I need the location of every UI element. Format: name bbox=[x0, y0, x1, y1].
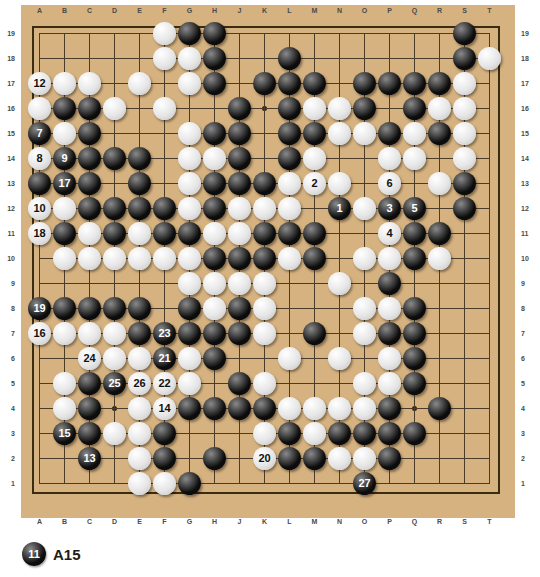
intersection-S5[interactable] bbox=[452, 371, 477, 396]
intersection-A17[interactable]: 12 bbox=[27, 71, 52, 96]
intersection-F14[interactable] bbox=[152, 146, 177, 171]
intersection-L8[interactable] bbox=[277, 296, 302, 321]
intersection-R10[interactable] bbox=[427, 246, 452, 271]
intersection-N2[interactable] bbox=[327, 446, 352, 471]
intersection-G14[interactable] bbox=[177, 146, 202, 171]
intersection-K13[interactable] bbox=[252, 171, 277, 196]
intersection-N8[interactable] bbox=[327, 296, 352, 321]
intersection-R13[interactable] bbox=[427, 171, 452, 196]
intersection-S12[interactable] bbox=[452, 196, 477, 221]
intersection-H10[interactable] bbox=[202, 246, 227, 271]
intersection-D6[interactable] bbox=[102, 346, 127, 371]
intersection-J17[interactable] bbox=[227, 71, 252, 96]
intersection-N14[interactable] bbox=[327, 146, 352, 171]
intersection-C13[interactable] bbox=[77, 171, 102, 196]
intersection-R6[interactable] bbox=[427, 346, 452, 371]
intersection-J11[interactable] bbox=[227, 221, 252, 246]
intersection-F7[interactable]: 23 bbox=[152, 321, 177, 346]
intersection-Q3[interactable] bbox=[402, 421, 427, 446]
intersection-P1[interactable] bbox=[377, 471, 402, 496]
intersection-L11[interactable] bbox=[277, 221, 302, 246]
intersection-L17[interactable] bbox=[277, 71, 302, 96]
intersection-M2[interactable] bbox=[302, 446, 327, 471]
intersection-K16[interactable] bbox=[252, 96, 277, 121]
intersection-A16[interactable] bbox=[27, 96, 52, 121]
intersection-E5[interactable]: 26 bbox=[127, 371, 152, 396]
intersection-L1[interactable] bbox=[277, 471, 302, 496]
intersection-E8[interactable] bbox=[127, 296, 152, 321]
intersection-K9[interactable] bbox=[252, 271, 277, 296]
intersection-J5[interactable] bbox=[227, 371, 252, 396]
intersection-N7[interactable] bbox=[327, 321, 352, 346]
intersection-K10[interactable] bbox=[252, 246, 277, 271]
intersection-H5[interactable] bbox=[202, 371, 227, 396]
intersection-Q12[interactable]: 5 bbox=[402, 196, 427, 221]
intersection-M7[interactable] bbox=[302, 321, 327, 346]
intersection-R12[interactable] bbox=[427, 196, 452, 221]
intersection-L7[interactable] bbox=[277, 321, 302, 346]
intersection-M3[interactable] bbox=[302, 421, 327, 446]
intersection-G5[interactable] bbox=[177, 371, 202, 396]
intersection-D8[interactable] bbox=[102, 296, 127, 321]
intersection-G1[interactable] bbox=[177, 471, 202, 496]
intersection-Q4[interactable] bbox=[402, 396, 427, 421]
intersection-A3[interactable] bbox=[27, 421, 52, 446]
intersection-D12[interactable] bbox=[102, 196, 127, 221]
intersection-Q8[interactable] bbox=[402, 296, 427, 321]
intersection-G6[interactable] bbox=[177, 346, 202, 371]
intersection-K11[interactable] bbox=[252, 221, 277, 246]
intersection-P19[interactable] bbox=[377, 21, 402, 46]
intersection-T14[interactable] bbox=[477, 146, 502, 171]
intersection-S4[interactable] bbox=[452, 396, 477, 421]
intersection-C19[interactable] bbox=[77, 21, 102, 46]
intersection-C3[interactable] bbox=[77, 421, 102, 446]
intersection-K3[interactable] bbox=[252, 421, 277, 446]
intersection-A7[interactable]: 16 bbox=[27, 321, 52, 346]
intersection-P9[interactable] bbox=[377, 271, 402, 296]
intersection-H4[interactable] bbox=[202, 396, 227, 421]
intersection-D9[interactable] bbox=[102, 271, 127, 296]
intersection-A1[interactable] bbox=[27, 471, 52, 496]
intersection-Q16[interactable] bbox=[402, 96, 427, 121]
intersection-E19[interactable] bbox=[127, 21, 152, 46]
intersection-F10[interactable] bbox=[152, 246, 177, 271]
intersection-Q14[interactable] bbox=[402, 146, 427, 171]
intersection-O18[interactable] bbox=[352, 46, 377, 71]
intersection-A12[interactable]: 10 bbox=[27, 196, 52, 221]
intersection-S17[interactable] bbox=[452, 71, 477, 96]
intersection-Q10[interactable] bbox=[402, 246, 427, 271]
intersection-D2[interactable] bbox=[102, 446, 127, 471]
intersection-E18[interactable] bbox=[127, 46, 152, 71]
intersection-N16[interactable] bbox=[327, 96, 352, 121]
intersection-G19[interactable] bbox=[177, 21, 202, 46]
intersection-N9[interactable] bbox=[327, 271, 352, 296]
intersection-J9[interactable] bbox=[227, 271, 252, 296]
intersection-M4[interactable] bbox=[302, 396, 327, 421]
intersection-B5[interactable] bbox=[52, 371, 77, 396]
intersection-D3[interactable] bbox=[102, 421, 127, 446]
intersection-F12[interactable] bbox=[152, 196, 177, 221]
intersection-H19[interactable] bbox=[202, 21, 227, 46]
intersection-F6[interactable]: 21 bbox=[152, 346, 177, 371]
intersection-M8[interactable] bbox=[302, 296, 327, 321]
intersection-A19[interactable] bbox=[27, 21, 52, 46]
intersection-C11[interactable] bbox=[77, 221, 102, 246]
intersection-S2[interactable] bbox=[452, 446, 477, 471]
intersection-G18[interactable] bbox=[177, 46, 202, 71]
intersection-L6[interactable] bbox=[277, 346, 302, 371]
intersection-J18[interactable] bbox=[227, 46, 252, 71]
intersection-L14[interactable] bbox=[277, 146, 302, 171]
intersection-J1[interactable] bbox=[227, 471, 252, 496]
intersection-G2[interactable] bbox=[177, 446, 202, 471]
intersection-J19[interactable] bbox=[227, 21, 252, 46]
intersection-T10[interactable] bbox=[477, 246, 502, 271]
intersection-A15[interactable]: 7 bbox=[27, 121, 52, 146]
intersection-M5[interactable] bbox=[302, 371, 327, 396]
intersection-O6[interactable] bbox=[352, 346, 377, 371]
intersection-G8[interactable] bbox=[177, 296, 202, 321]
intersection-B7[interactable] bbox=[52, 321, 77, 346]
intersection-T15[interactable] bbox=[477, 121, 502, 146]
intersection-H16[interactable] bbox=[202, 96, 227, 121]
intersection-N15[interactable] bbox=[327, 121, 352, 146]
intersection-L9[interactable] bbox=[277, 271, 302, 296]
intersection-O19[interactable] bbox=[352, 21, 377, 46]
intersection-Q5[interactable] bbox=[402, 371, 427, 396]
intersection-A10[interactable] bbox=[27, 246, 52, 271]
intersection-B19[interactable] bbox=[52, 21, 77, 46]
intersection-N17[interactable] bbox=[327, 71, 352, 96]
intersection-E10[interactable] bbox=[127, 246, 152, 271]
intersection-K4[interactable] bbox=[252, 396, 277, 421]
intersection-A13[interactable] bbox=[27, 171, 52, 196]
intersection-F1[interactable] bbox=[152, 471, 177, 496]
intersection-O2[interactable] bbox=[352, 446, 377, 471]
intersection-P12[interactable]: 3 bbox=[377, 196, 402, 221]
intersection-K15[interactable] bbox=[252, 121, 277, 146]
intersection-M11[interactable] bbox=[302, 221, 327, 246]
intersection-O5[interactable] bbox=[352, 371, 377, 396]
intersection-J7[interactable] bbox=[227, 321, 252, 346]
intersection-L3[interactable] bbox=[277, 421, 302, 446]
intersection-F3[interactable] bbox=[152, 421, 177, 446]
intersection-C17[interactable] bbox=[77, 71, 102, 96]
intersection-E9[interactable] bbox=[127, 271, 152, 296]
intersection-R14[interactable] bbox=[427, 146, 452, 171]
intersection-N13[interactable] bbox=[327, 171, 352, 196]
intersection-G4[interactable] bbox=[177, 396, 202, 421]
intersection-S9[interactable] bbox=[452, 271, 477, 296]
intersection-L16[interactable] bbox=[277, 96, 302, 121]
intersection-J10[interactable] bbox=[227, 246, 252, 271]
intersection-O11[interactable] bbox=[352, 221, 377, 246]
intersection-R7[interactable] bbox=[427, 321, 452, 346]
intersection-H8[interactable] bbox=[202, 296, 227, 321]
intersection-S7[interactable] bbox=[452, 321, 477, 346]
intersection-F18[interactable] bbox=[152, 46, 177, 71]
intersection-F19[interactable] bbox=[152, 21, 177, 46]
intersection-Q7[interactable] bbox=[402, 321, 427, 346]
intersection-Q15[interactable] bbox=[402, 121, 427, 146]
intersection-M1[interactable] bbox=[302, 471, 327, 496]
intersection-L5[interactable] bbox=[277, 371, 302, 396]
intersection-E14[interactable] bbox=[127, 146, 152, 171]
intersection-Q13[interactable] bbox=[402, 171, 427, 196]
intersection-C14[interactable] bbox=[77, 146, 102, 171]
intersection-B2[interactable] bbox=[52, 446, 77, 471]
intersection-T4[interactable] bbox=[477, 396, 502, 421]
intersection-M16[interactable] bbox=[302, 96, 327, 121]
intersection-E12[interactable] bbox=[127, 196, 152, 221]
intersection-L18[interactable] bbox=[277, 46, 302, 71]
intersection-T12[interactable] bbox=[477, 196, 502, 221]
intersection-P2[interactable] bbox=[377, 446, 402, 471]
intersection-F11[interactable] bbox=[152, 221, 177, 246]
intersection-R4[interactable] bbox=[427, 396, 452, 421]
intersection-E2[interactable] bbox=[127, 446, 152, 471]
intersection-H14[interactable] bbox=[202, 146, 227, 171]
intersection-O9[interactable] bbox=[352, 271, 377, 296]
intersection-O17[interactable] bbox=[352, 71, 377, 96]
intersection-H15[interactable] bbox=[202, 121, 227, 146]
intersection-T7[interactable] bbox=[477, 321, 502, 346]
intersection-F5[interactable]: 22 bbox=[152, 371, 177, 396]
intersection-R19[interactable] bbox=[427, 21, 452, 46]
intersection-K6[interactable] bbox=[252, 346, 277, 371]
intersection-C18[interactable] bbox=[77, 46, 102, 71]
intersection-K14[interactable] bbox=[252, 146, 277, 171]
intersection-C6[interactable]: 24 bbox=[77, 346, 102, 371]
intersection-A8[interactable]: 19 bbox=[27, 296, 52, 321]
intersection-B15[interactable] bbox=[52, 121, 77, 146]
intersection-O4[interactable] bbox=[352, 396, 377, 421]
intersection-H18[interactable] bbox=[202, 46, 227, 71]
intersection-N11[interactable] bbox=[327, 221, 352, 246]
intersection-S19[interactable] bbox=[452, 21, 477, 46]
intersection-O3[interactable] bbox=[352, 421, 377, 446]
intersection-E15[interactable] bbox=[127, 121, 152, 146]
intersection-C7[interactable] bbox=[77, 321, 102, 346]
intersection-P3[interactable] bbox=[377, 421, 402, 446]
intersection-M9[interactable] bbox=[302, 271, 327, 296]
intersection-M14[interactable] bbox=[302, 146, 327, 171]
intersection-N4[interactable] bbox=[327, 396, 352, 421]
intersection-D18[interactable] bbox=[102, 46, 127, 71]
intersection-E3[interactable] bbox=[127, 421, 152, 446]
intersection-E17[interactable] bbox=[127, 71, 152, 96]
intersection-B11[interactable] bbox=[52, 221, 77, 246]
intersection-B16[interactable] bbox=[52, 96, 77, 121]
intersection-N1[interactable] bbox=[327, 471, 352, 496]
intersection-K8[interactable] bbox=[252, 296, 277, 321]
intersection-S10[interactable] bbox=[452, 246, 477, 271]
intersection-F8[interactable] bbox=[152, 296, 177, 321]
intersection-C2[interactable]: 13 bbox=[77, 446, 102, 471]
intersection-G10[interactable] bbox=[177, 246, 202, 271]
intersection-R2[interactable] bbox=[427, 446, 452, 471]
intersection-J16[interactable] bbox=[227, 96, 252, 121]
intersection-C9[interactable] bbox=[77, 271, 102, 296]
intersection-T18[interactable] bbox=[477, 46, 502, 71]
intersection-P10[interactable] bbox=[377, 246, 402, 271]
intersection-C15[interactable] bbox=[77, 121, 102, 146]
intersection-H7[interactable] bbox=[202, 321, 227, 346]
intersection-A5[interactable] bbox=[27, 371, 52, 396]
intersection-T3[interactable] bbox=[477, 421, 502, 446]
intersection-T5[interactable] bbox=[477, 371, 502, 396]
intersection-B6[interactable] bbox=[52, 346, 77, 371]
intersection-P15[interactable] bbox=[377, 121, 402, 146]
intersection-B14[interactable]: 9 bbox=[52, 146, 77, 171]
intersection-B12[interactable] bbox=[52, 196, 77, 221]
intersection-M13[interactable]: 2 bbox=[302, 171, 327, 196]
intersection-F4[interactable]: 14 bbox=[152, 396, 177, 421]
intersection-Q17[interactable] bbox=[402, 71, 427, 96]
intersection-L4[interactable] bbox=[277, 396, 302, 421]
intersection-M19[interactable] bbox=[302, 21, 327, 46]
intersection-F16[interactable] bbox=[152, 96, 177, 121]
intersection-P6[interactable] bbox=[377, 346, 402, 371]
intersection-A4[interactable] bbox=[27, 396, 52, 421]
intersection-S6[interactable] bbox=[452, 346, 477, 371]
intersection-B10[interactable] bbox=[52, 246, 77, 271]
intersection-C10[interactable] bbox=[77, 246, 102, 271]
intersection-J12[interactable] bbox=[227, 196, 252, 221]
intersection-K12[interactable] bbox=[252, 196, 277, 221]
intersection-R15[interactable] bbox=[427, 121, 452, 146]
intersection-N12[interactable]: 1 bbox=[327, 196, 352, 221]
intersection-D19[interactable] bbox=[102, 21, 127, 46]
intersection-M15[interactable] bbox=[302, 121, 327, 146]
intersection-E1[interactable] bbox=[127, 471, 152, 496]
intersection-P7[interactable] bbox=[377, 321, 402, 346]
intersection-H3[interactable] bbox=[202, 421, 227, 446]
intersection-F13[interactable] bbox=[152, 171, 177, 196]
intersection-D14[interactable] bbox=[102, 146, 127, 171]
intersection-R11[interactable] bbox=[427, 221, 452, 246]
intersection-O10[interactable] bbox=[352, 246, 377, 271]
intersection-A14[interactable]: 8 bbox=[27, 146, 52, 171]
intersection-P13[interactable]: 6 bbox=[377, 171, 402, 196]
intersection-G17[interactable] bbox=[177, 71, 202, 96]
intersection-E7[interactable] bbox=[127, 321, 152, 346]
intersection-R1[interactable] bbox=[427, 471, 452, 496]
intersection-H1[interactable] bbox=[202, 471, 227, 496]
intersection-N19[interactable] bbox=[327, 21, 352, 46]
intersection-J3[interactable] bbox=[227, 421, 252, 446]
intersection-M18[interactable] bbox=[302, 46, 327, 71]
intersection-P4[interactable] bbox=[377, 396, 402, 421]
intersection-O8[interactable] bbox=[352, 296, 377, 321]
intersection-J8[interactable] bbox=[227, 296, 252, 321]
intersection-J15[interactable] bbox=[227, 121, 252, 146]
intersection-G13[interactable] bbox=[177, 171, 202, 196]
intersection-H17[interactable] bbox=[202, 71, 227, 96]
intersection-O15[interactable] bbox=[352, 121, 377, 146]
intersection-L15[interactable] bbox=[277, 121, 302, 146]
intersection-T16[interactable] bbox=[477, 96, 502, 121]
intersection-N5[interactable] bbox=[327, 371, 352, 396]
intersection-R18[interactable] bbox=[427, 46, 452, 71]
intersection-N3[interactable] bbox=[327, 421, 352, 446]
intersection-H13[interactable] bbox=[202, 171, 227, 196]
intersection-O14[interactable] bbox=[352, 146, 377, 171]
intersection-O7[interactable] bbox=[352, 321, 377, 346]
intersection-T1[interactable] bbox=[477, 471, 502, 496]
intersection-S1[interactable] bbox=[452, 471, 477, 496]
intersection-P18[interactable] bbox=[377, 46, 402, 71]
intersection-P8[interactable] bbox=[377, 296, 402, 321]
intersection-E11[interactable] bbox=[127, 221, 152, 246]
intersection-C16[interactable] bbox=[77, 96, 102, 121]
intersection-A2[interactable] bbox=[27, 446, 52, 471]
intersection-L13[interactable] bbox=[277, 171, 302, 196]
intersection-D13[interactable] bbox=[102, 171, 127, 196]
intersection-P11[interactable]: 4 bbox=[377, 221, 402, 246]
intersection-L10[interactable] bbox=[277, 246, 302, 271]
intersection-O13[interactable] bbox=[352, 171, 377, 196]
intersection-D15[interactable] bbox=[102, 121, 127, 146]
intersection-R5[interactable] bbox=[427, 371, 452, 396]
intersection-D17[interactable] bbox=[102, 71, 127, 96]
intersection-D11[interactable] bbox=[102, 221, 127, 246]
intersection-M17[interactable] bbox=[302, 71, 327, 96]
intersection-B4[interactable] bbox=[52, 396, 77, 421]
intersection-C12[interactable] bbox=[77, 196, 102, 221]
intersection-Q19[interactable] bbox=[402, 21, 427, 46]
intersection-M12[interactable] bbox=[302, 196, 327, 221]
intersection-H9[interactable] bbox=[202, 271, 227, 296]
intersection-T17[interactable] bbox=[477, 71, 502, 96]
intersection-T8[interactable] bbox=[477, 296, 502, 321]
intersection-N10[interactable] bbox=[327, 246, 352, 271]
intersection-K5[interactable] bbox=[252, 371, 277, 396]
intersection-A11[interactable]: 18 bbox=[27, 221, 52, 246]
intersection-D4[interactable] bbox=[102, 396, 127, 421]
intersection-K1[interactable] bbox=[252, 471, 277, 496]
intersection-P5[interactable] bbox=[377, 371, 402, 396]
intersection-H12[interactable] bbox=[202, 196, 227, 221]
intersection-J6[interactable] bbox=[227, 346, 252, 371]
intersection-S18[interactable] bbox=[452, 46, 477, 71]
intersection-B9[interactable] bbox=[52, 271, 77, 296]
intersection-T13[interactable] bbox=[477, 171, 502, 196]
intersection-J4[interactable] bbox=[227, 396, 252, 421]
intersection-G15[interactable] bbox=[177, 121, 202, 146]
intersection-R9[interactable] bbox=[427, 271, 452, 296]
intersection-E16[interactable] bbox=[127, 96, 152, 121]
intersection-P14[interactable] bbox=[377, 146, 402, 171]
intersection-H11[interactable] bbox=[202, 221, 227, 246]
intersection-S13[interactable] bbox=[452, 171, 477, 196]
intersection-L19[interactable] bbox=[277, 21, 302, 46]
intersection-R3[interactable] bbox=[427, 421, 452, 446]
intersection-Q6[interactable] bbox=[402, 346, 427, 371]
intersection-K7[interactable] bbox=[252, 321, 277, 346]
intersection-J2[interactable] bbox=[227, 446, 252, 471]
intersection-B18[interactable] bbox=[52, 46, 77, 71]
intersection-F15[interactable] bbox=[152, 121, 177, 146]
intersection-E4[interactable] bbox=[127, 396, 152, 421]
intersection-Q11[interactable] bbox=[402, 221, 427, 246]
intersection-B8[interactable] bbox=[52, 296, 77, 321]
intersection-C5[interactable] bbox=[77, 371, 102, 396]
intersection-D16[interactable] bbox=[102, 96, 127, 121]
intersection-Q18[interactable] bbox=[402, 46, 427, 71]
